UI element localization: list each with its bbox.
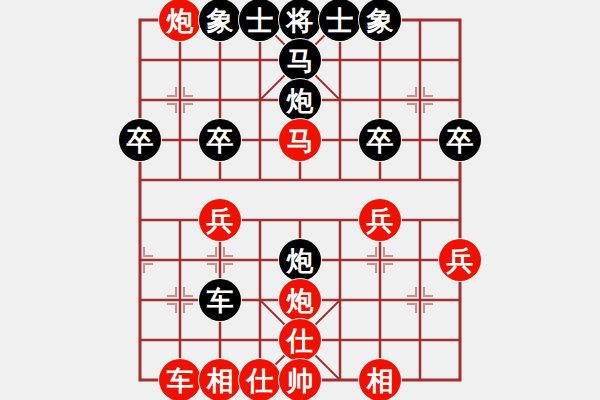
black-advisor-1[interactable]: 士 — [239, 0, 281, 41]
red-advisor-1[interactable]: 仕 — [279, 319, 321, 361]
red-soldier-2[interactable]: 兵 — [359, 199, 401, 241]
pieces-layer[interactable]: 炮象士将士象马炮卒卒马卒卒兵兵炮兵车炮仕车相仕帅相 — [120, 0, 480, 400]
black-horse-1[interactable]: 马 — [279, 39, 321, 81]
red-horse-1[interactable]: 马 — [279, 119, 321, 161]
black-soldier-1[interactable]: 卒 — [119, 119, 161, 161]
black-soldier-4[interactable]: 卒 — [439, 119, 481, 161]
black-advisor-2[interactable]: 士 — [319, 0, 361, 41]
black-soldier-3[interactable]: 卒 — [359, 119, 401, 161]
red-elephant-2[interactable]: 相 — [359, 359, 401, 400]
red-cannon-2[interactable]: 炮 — [279, 279, 321, 321]
black-chariot-1[interactable]: 车 — [199, 279, 241, 321]
black-elephant-1[interactable]: 象 — [199, 0, 241, 41]
red-elephant-1[interactable]: 相 — [199, 359, 241, 400]
red-advisor-2[interactable]: 仕 — [239, 359, 281, 400]
red-cannon-1[interactable]: 炮 — [159, 0, 201, 41]
xiangqi-board: 炮象士将士象马炮卒卒马卒卒兵兵炮兵车炮仕车相仕帅相 — [0, 0, 600, 400]
red-general[interactable]: 帅 — [279, 359, 321, 400]
red-soldier-3[interactable]: 兵 — [439, 239, 481, 281]
black-elephant-2[interactable]: 象 — [359, 0, 401, 41]
red-soldier-1[interactable]: 兵 — [199, 199, 241, 241]
black-cannon-2[interactable]: 炮 — [279, 239, 321, 281]
red-chariot-1[interactable]: 车 — [159, 359, 201, 400]
black-soldier-2[interactable]: 卒 — [199, 119, 241, 161]
black-cannon-1[interactable]: 炮 — [279, 79, 321, 121]
black-general[interactable]: 将 — [279, 0, 321, 41]
